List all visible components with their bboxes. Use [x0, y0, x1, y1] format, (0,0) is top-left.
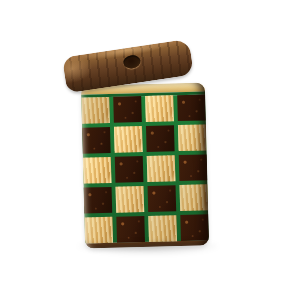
board-square-r1c1-light [81, 97, 110, 124]
board-square-r1c3-light [145, 95, 174, 122]
board-square-r2c2-light [114, 126, 143, 153]
board-square-r5c4-dark [180, 214, 209, 241]
board-square-r3c1-light [83, 157, 112, 184]
board-square-r4c2-light [116, 186, 145, 213]
board-square-r1c2-dark [113, 96, 142, 123]
board-square-r3c3-light [147, 155, 176, 182]
board-square-r5c3-light [148, 215, 177, 242]
board-square-r4c1-dark [84, 187, 113, 214]
checker-board [81, 91, 209, 243]
board-square-r4c4-light [180, 184, 209, 211]
board-square-r1c4-dark [177, 94, 206, 121]
board-square-r4c3-dark [148, 185, 177, 212]
board-square-r2c1-dark [82, 127, 111, 154]
board-square-r5c1-light [84, 217, 113, 244]
board-square-r3c2-dark [115, 156, 144, 183]
board-square-r2c4-light [178, 124, 207, 151]
lid-finger-hole [123, 54, 142, 69]
wooden-dugout-box-body [81, 82, 209, 248]
board-square-r3c4-dark [179, 154, 208, 181]
board-square-r5c2-dark [116, 216, 145, 243]
product-photo-scene [0, 0, 290, 290]
board-square-r2c3-dark [146, 125, 175, 152]
